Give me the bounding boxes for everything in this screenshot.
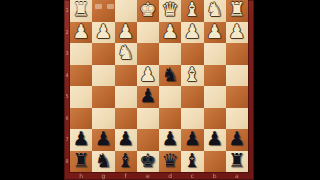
square-h2[interactable]: ♟ (70, 22, 92, 44)
square-f6[interactable] (115, 108, 137, 130)
square-b2[interactable]: ♟ (204, 22, 226, 44)
square-d7[interactable]: ♟ (159, 129, 181, 151)
piece-black-pawn[interactable]: ♟ (162, 128, 179, 149)
file-label-h: h (70, 172, 92, 180)
piece-black-king[interactable]: ♚ (139, 150, 156, 171)
square-h4[interactable] (70, 65, 92, 87)
file-label-c: c (181, 172, 203, 180)
square-d3[interactable] (159, 43, 181, 65)
rank-label-8: 8 (64, 151, 70, 173)
square-d6[interactable] (159, 108, 181, 130)
rank-label-7: 7 (64, 129, 70, 151)
square-h7[interactable]: ♟ (70, 129, 92, 151)
piece-black-bishop[interactable]: ♝ (184, 150, 201, 171)
piece-white-queen[interactable]: ♛ (162, 0, 179, 20)
square-c5[interactable] (181, 86, 203, 108)
square-e6[interactable] (137, 108, 159, 130)
square-g2[interactable]: ♟ (92, 22, 114, 44)
letterbox-left (0, 0, 64, 180)
square-g6[interactable] (92, 108, 114, 130)
square-c6[interactable] (181, 108, 203, 130)
square-e4[interactable]: ♟ (137, 65, 159, 87)
square-e8[interactable]: ♚ (137, 151, 159, 173)
rank-label-3: 3 (64, 43, 70, 65)
piece-white-knight[interactable]: ♞ (117, 42, 134, 63)
square-b1[interactable]: ♞ (204, 0, 226, 22)
square-f1[interactable] (115, 0, 137, 22)
square-f4[interactable] (115, 65, 137, 87)
square-a1[interactable]: ♜ (226, 0, 248, 22)
square-b6[interactable] (204, 108, 226, 130)
square-b3[interactable] (204, 43, 226, 65)
file-label-d: d (159, 172, 181, 180)
file-label-a: a (226, 172, 248, 180)
square-e2[interactable] (137, 22, 159, 44)
square-d4[interactable]: ♞ (159, 65, 181, 87)
square-h5[interactable] (70, 86, 92, 108)
piece-white-pawn[interactable]: ♟ (117, 21, 134, 42)
square-a8[interactable]: ♜ (226, 151, 248, 173)
piece-white-pawn[interactable]: ♟ (95, 21, 112, 42)
square-h3[interactable] (70, 43, 92, 65)
square-e1[interactable]: ♚ (137, 0, 159, 22)
square-a3[interactable] (226, 43, 248, 65)
piece-black-queen[interactable]: ♛ (162, 150, 179, 171)
piece-black-pawn[interactable]: ♟ (95, 128, 112, 149)
square-e3[interactable] (137, 43, 159, 65)
square-h8[interactable]: ♜ (70, 151, 92, 173)
piece-black-pawn[interactable]: ♟ (184, 128, 201, 149)
piece-white-bishop[interactable]: ♝ (184, 64, 201, 85)
square-c4[interactable]: ♝ (181, 65, 203, 87)
square-e7[interactable] (137, 129, 159, 151)
piece-white-pawn[interactable]: ♟ (139, 64, 156, 85)
rank-label-2: 2 (64, 22, 70, 44)
square-a7[interactable]: ♟ (226, 129, 248, 151)
square-g3[interactable] (92, 43, 114, 65)
square-c8[interactable]: ♝ (181, 151, 203, 173)
piece-black-knight[interactable]: ♞ (162, 64, 179, 85)
square-d8[interactable]: ♛ (159, 151, 181, 173)
file-label-f: f (115, 172, 137, 180)
piece-white-rook[interactable]: ♜ (73, 0, 90, 20)
square-c7[interactable]: ♟ (181, 129, 203, 151)
square-d1[interactable]: ♛ (159, 0, 181, 22)
rank-labels: 12345678 (64, 0, 70, 172)
square-d5[interactable] (159, 86, 181, 108)
rank-label-6: 6 (64, 108, 70, 130)
piece-white-pawn[interactable]: ♟ (73, 21, 90, 42)
square-g4[interactable] (92, 65, 114, 87)
rank-label-4: 4 (64, 65, 70, 87)
rank-label-1: 1 (64, 0, 70, 22)
square-a4[interactable] (226, 65, 248, 87)
piece-black-pawn[interactable]: ♟ (139, 85, 156, 106)
square-c2[interactable]: ♟ (181, 22, 203, 44)
piece-black-rook[interactable]: ♜ (73, 150, 90, 171)
square-g7[interactable]: ♟ (92, 129, 114, 151)
video-frame: ♜♚♛♝♞♜♟♟♟♟♟♟♟♞♟♞♝♟♟♟♟♟♟♟♟♜♞♝♚♛♝♜ 1234567… (0, 0, 320, 180)
piece-black-pawn[interactable]: ♟ (206, 128, 223, 149)
piece-black-pawn[interactable]: ♟ (228, 128, 245, 149)
piece-black-pawn[interactable]: ♟ (117, 128, 134, 149)
piece-black-bishop[interactable]: ♝ (117, 150, 134, 171)
file-labels: hgfedcba (70, 172, 248, 180)
square-f7[interactable]: ♟ (115, 129, 137, 151)
piece-white-knight[interactable]: ♞ (206, 0, 223, 20)
square-f3[interactable]: ♞ (115, 43, 137, 65)
square-f2[interactable]: ♟ (115, 22, 137, 44)
file-label-b: b (204, 172, 226, 180)
piece-white-pawn[interactable]: ♟ (184, 21, 201, 42)
square-g8[interactable]: ♞ (92, 151, 114, 173)
square-h6[interactable] (70, 108, 92, 130)
letterbox-right (254, 0, 320, 180)
square-b4[interactable] (204, 65, 226, 87)
square-f5[interactable] (115, 86, 137, 108)
piece-black-knight[interactable]: ♞ (95, 150, 112, 171)
piece-white-rook[interactable]: ♜ (228, 0, 245, 20)
square-a6[interactable] (226, 108, 248, 130)
rank-label-5: 5 (64, 86, 70, 108)
square-b8[interactable] (204, 151, 226, 173)
piece-black-rook[interactable]: ♜ (228, 150, 245, 171)
piece-white-pawn[interactable]: ♟ (206, 21, 223, 42)
file-label-e: e (137, 172, 159, 180)
square-c3[interactable] (181, 43, 203, 65)
square-b5[interactable] (204, 86, 226, 108)
piece-black-pawn[interactable]: ♟ (73, 128, 90, 149)
piece-white-pawn[interactable]: ♟ (228, 21, 245, 42)
square-a2[interactable]: ♟ (226, 22, 248, 44)
square-f8[interactable]: ♝ (115, 151, 137, 173)
piece-white-pawn[interactable]: ♟ (162, 21, 179, 42)
piece-white-bishop[interactable]: ♝ (184, 0, 201, 20)
piece-white-king[interactable]: ♚ (139, 0, 156, 20)
square-e5[interactable]: ♟ (137, 86, 159, 108)
square-d2[interactable]: ♟ (159, 22, 181, 44)
file-label-g: g (92, 172, 114, 180)
square-g5[interactable] (92, 86, 114, 108)
square-a5[interactable] (226, 86, 248, 108)
square-b7[interactable]: ♟ (204, 129, 226, 151)
chess-board: ♜♚♛♝♞♜♟♟♟♟♟♟♟♞♟♞♝♟♟♟♟♟♟♟♟♜♞♝♚♛♝♜ (70, 0, 248, 172)
square-c1[interactable]: ♝ (181, 0, 203, 22)
square-g1[interactable] (92, 0, 114, 22)
square-h1[interactable]: ♜ (70, 0, 92, 22)
